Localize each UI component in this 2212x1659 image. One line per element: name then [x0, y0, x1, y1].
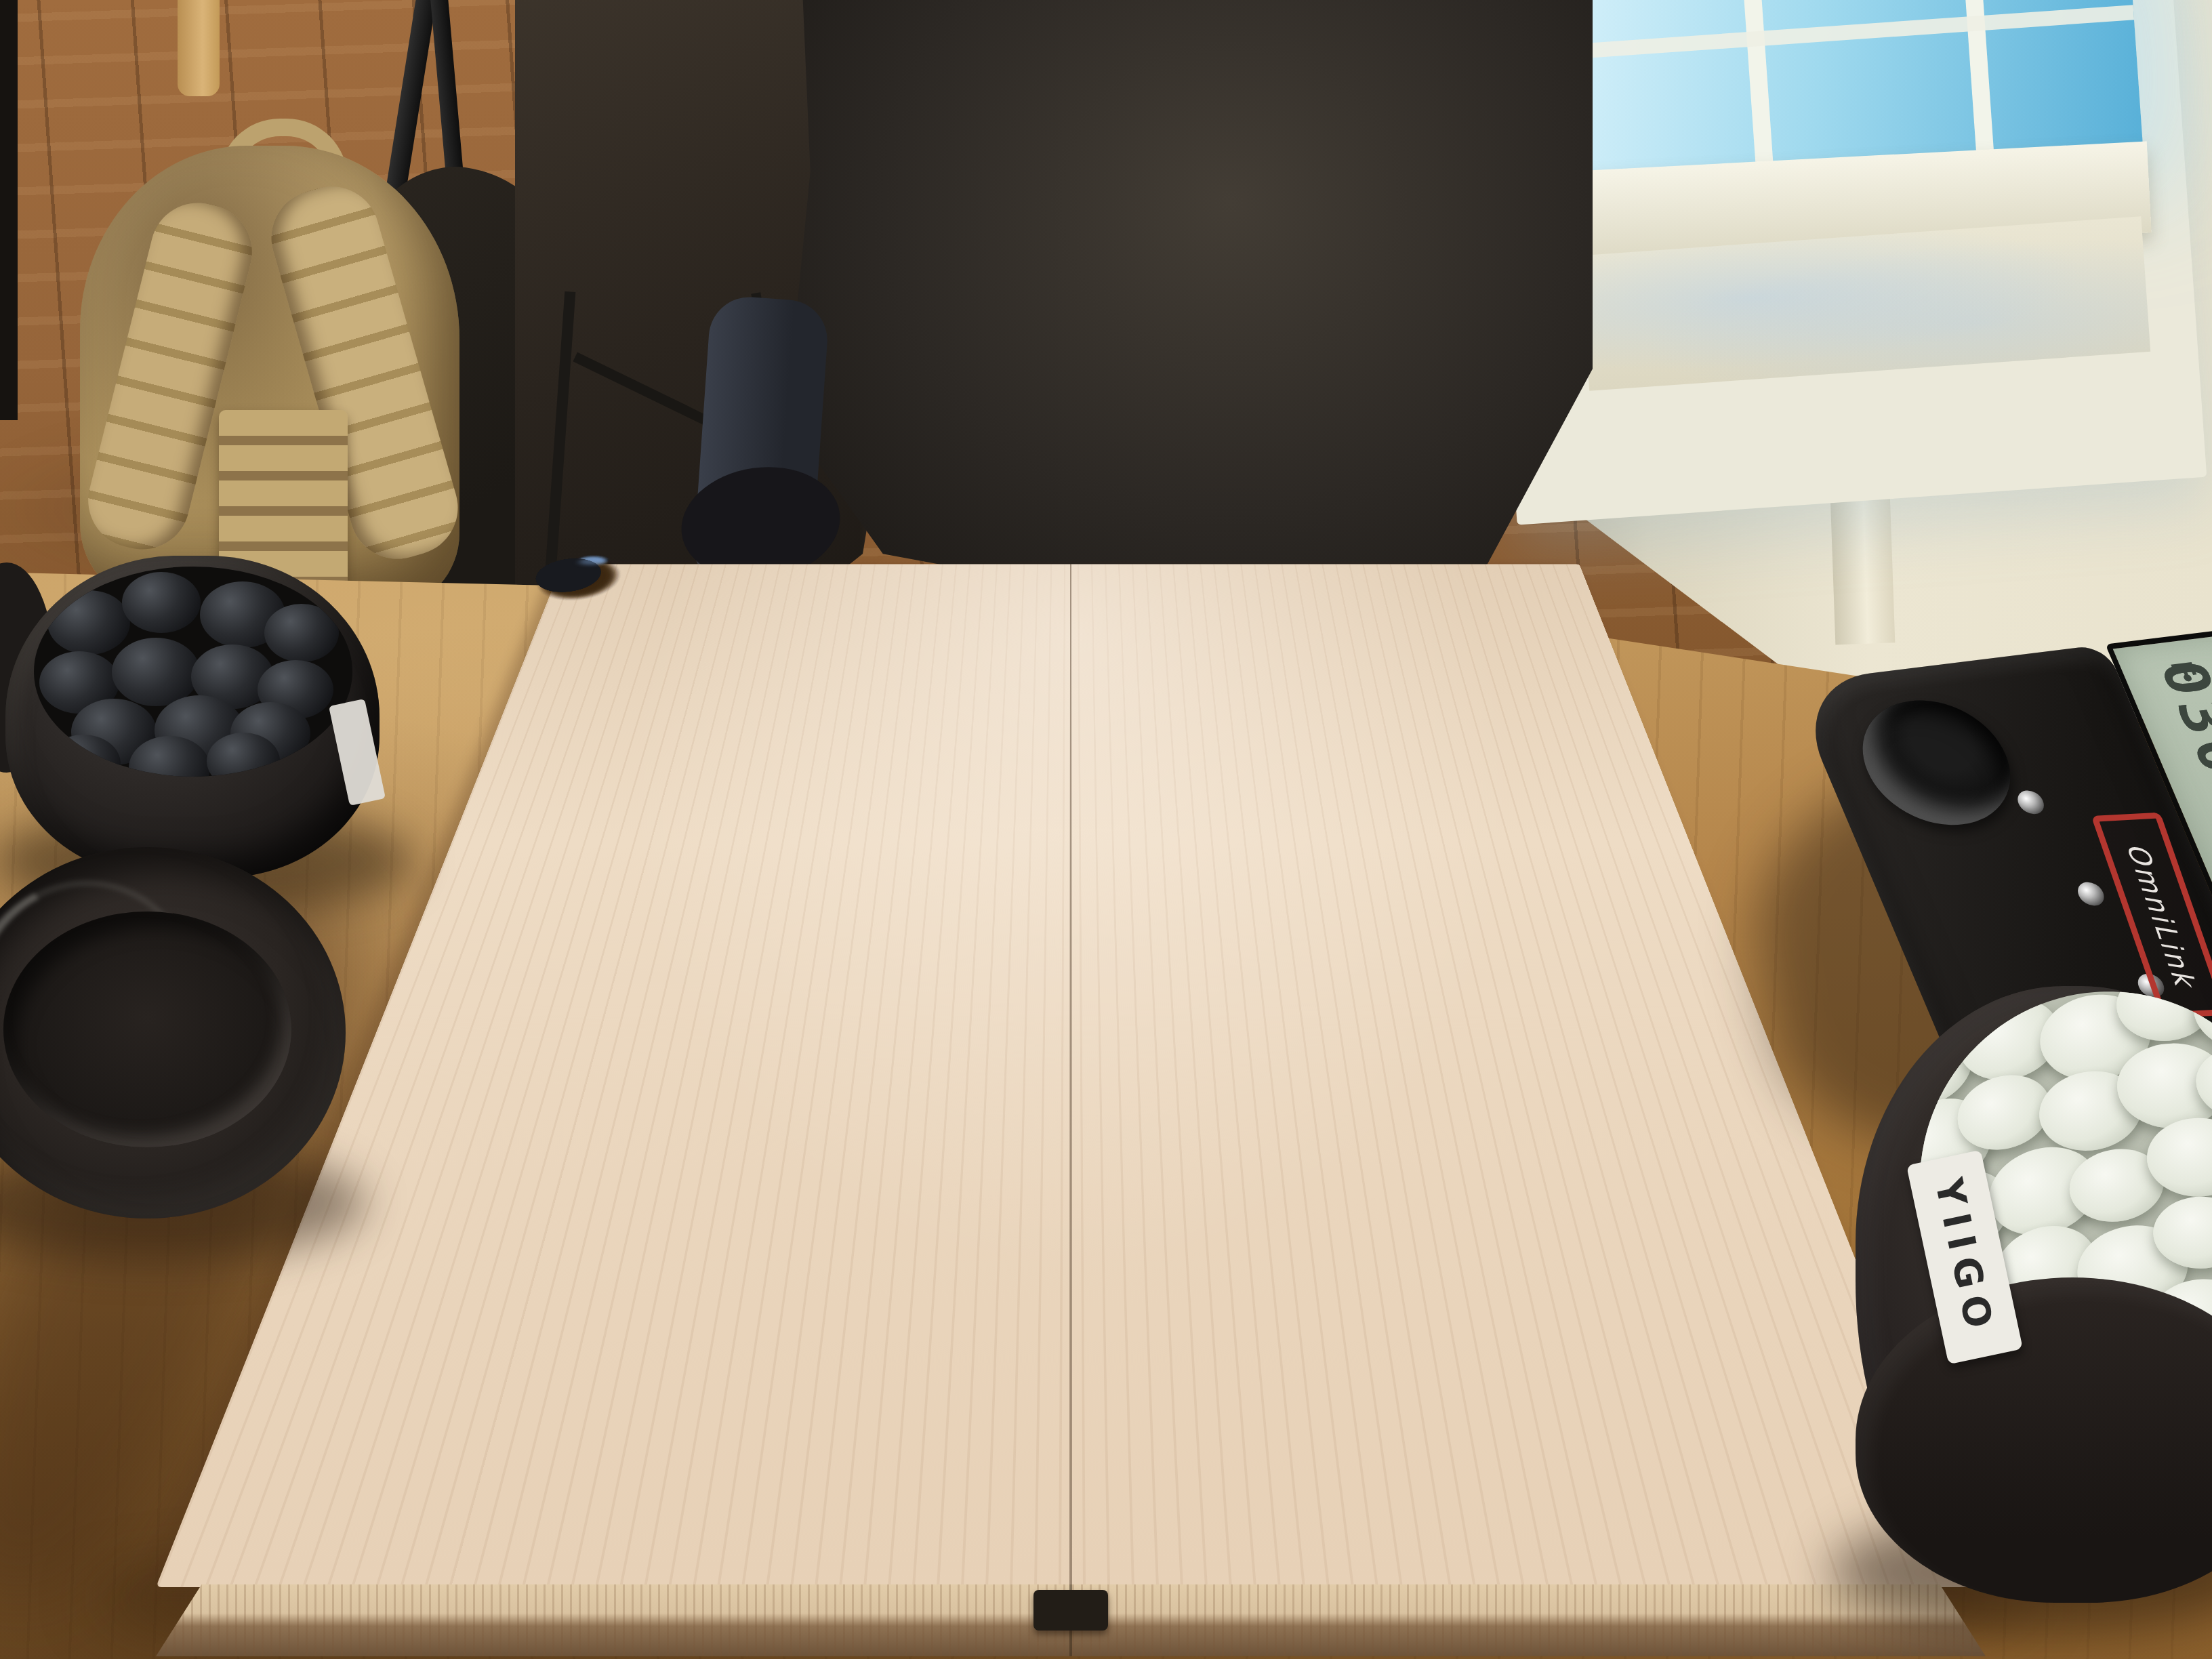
chair-leg: [0, 0, 18, 420]
go-table-scene: ●●●●●●●●● OmniLink 030 F 030: [0, 0, 2212, 1659]
opponent-figure: [786, 0, 1593, 603]
black-stone-bowl: [5, 556, 380, 878]
black-stones-in-bowl: [34, 567, 352, 777]
white-stone-bowl: YIIGO: [1856, 986, 2212, 1599]
board-hinge-clasp: [1033, 1590, 1108, 1631]
stone-highlight: [578, 558, 605, 565]
table-leg-wood: [178, 0, 220, 96]
bowl-lid: [0, 847, 346, 1218]
board-front-edge: [156, 1584, 1986, 1656]
lid-inner: [3, 912, 291, 1147]
black-stone-in-bowl: [122, 572, 201, 633]
backpack: [80, 119, 459, 607]
clock-time-right: 030: [2146, 657, 2212, 781]
